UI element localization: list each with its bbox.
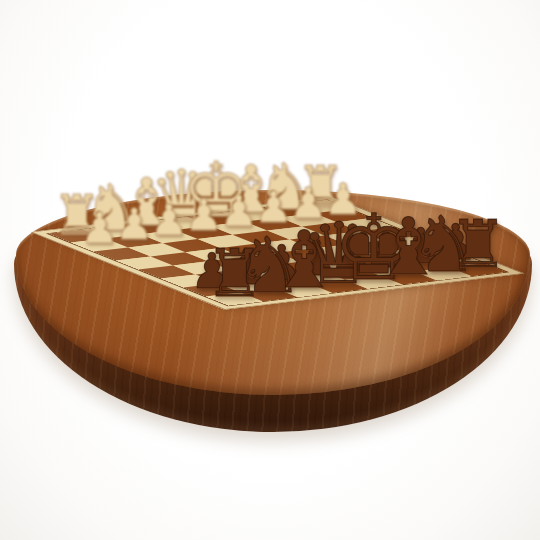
chess-set-photo: ♜♞♝♛♚♝♞♜♟♟♟♟♟♟♟♟♟♟♟♟♟♟♟♟♜♞♝♛♚♝♞♜ xyxy=(0,0,540,540)
